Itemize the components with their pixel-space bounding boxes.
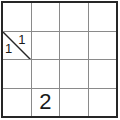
cell-r1c2[interactable] — [32, 3, 60, 31]
cell-r4c4[interactable] — [89, 89, 117, 117]
cell-r3c3[interactable] — [60, 60, 88, 88]
clue-across-value: 1 — [18, 33, 25, 46]
clue-down-value: 1 — [5, 42, 12, 55]
cell-r3c4[interactable] — [89, 60, 117, 88]
cell-r3c2[interactable] — [32, 60, 60, 88]
cell-r4c2[interactable]: 2 — [32, 89, 60, 117]
cell-r2c3[interactable] — [60, 32, 88, 60]
clue-cell-r2c1: 1 1 — [3, 32, 31, 60]
cell-r4c3[interactable] — [60, 89, 88, 117]
entry-digit: 2 — [39, 89, 51, 115]
cell-r3c1[interactable] — [3, 60, 31, 88]
puzzle-grid: 1 1 2 — [1, 1, 118, 118]
cell-r2c4[interactable] — [89, 32, 117, 60]
cell-r4c1[interactable] — [3, 89, 31, 117]
cell-r1c4[interactable] — [89, 3, 117, 31]
cell-r1c1[interactable] — [3, 3, 31, 31]
cell-r2c2[interactable] — [32, 32, 60, 60]
cell-r1c3[interactable] — [60, 3, 88, 31]
